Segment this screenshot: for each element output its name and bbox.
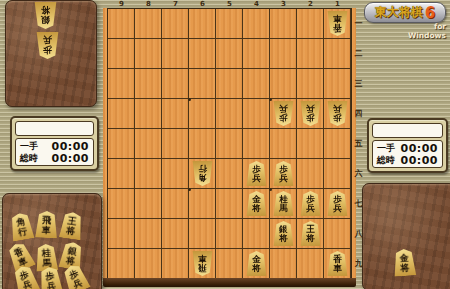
right-player-name — [372, 123, 443, 138]
app-logo-title: 東大将棋 — [375, 4, 423, 21]
rank-label: 四 — [353, 109, 364, 118]
star-point — [269, 98, 272, 101]
left-time-box: 一手 00:00 総時 00:00 — [15, 138, 94, 166]
board-bottom-rim — [103, 278, 356, 287]
star-point — [188, 98, 191, 101]
left-player-name — [15, 121, 94, 136]
app-logo-subtitle: for Windows — [398, 22, 446, 40]
star-point — [269, 188, 272, 191]
right-time-box: 一手 00:00 総時 00:00 — [372, 140, 443, 168]
app-window: 9 8 7 6 5 4 3 2 1 一 二 三 四 五 六 七 八 九 香車 歩… — [0, 0, 450, 289]
app-logo-number: 6 — [425, 4, 435, 22]
file-label: 7 — [169, 0, 182, 8]
left-clock-panel: 一手 00:00 総時 00:00 — [10, 116, 99, 171]
file-label: 4 — [250, 0, 263, 8]
left-total-time: 00:00 — [51, 152, 89, 165]
file-label: 1 — [331, 0, 344, 8]
file-label: 5 — [223, 0, 236, 8]
rank-label: 二 — [353, 49, 364, 58]
rank-label: 一 — [353, 19, 364, 28]
file-label: 6 — [196, 0, 209, 8]
file-label: 9 — [115, 0, 128, 8]
file-label: 8 — [142, 0, 155, 8]
file-label: 2 — [304, 0, 317, 8]
right-clock-panel: 一手 00:00 総時 00:00 — [367, 118, 448, 173]
rank-label: 六 — [353, 169, 364, 178]
star-point — [188, 188, 191, 191]
rank-label: 三 — [353, 79, 364, 88]
rank-label: 五 — [353, 139, 364, 148]
app-logo: 東大将棋 6 — [364, 2, 446, 23]
right-total-time-label: 総時 — [377, 154, 395, 167]
file-label: 3 — [277, 0, 290, 8]
right-total-time: 00:00 — [400, 154, 438, 167]
left-total-time-label: 総時 — [20, 152, 38, 165]
